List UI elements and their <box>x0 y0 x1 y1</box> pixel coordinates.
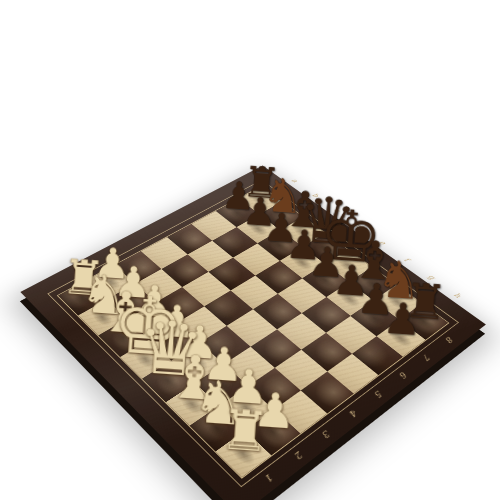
board-top: ♜♞♝♛♚♝♞♜♟♟♟♟♟♟♟♟♟♟♟♟♟♟♟♟♜♞♝♚♛♝♞♜ abcdefg… <box>20 166 486 500</box>
piece-glyph: ♜ <box>218 400 272 459</box>
piece-glyph: ♟ <box>382 297 423 342</box>
perspective-scene: ♜♞♝♛♚♝♞♜♟♟♟♟♟♟♟♟♟♟♟♟♟♟♟♟♜♞♝♚♛♝♞♜ abcdefg… <box>0 0 500 500</box>
chess-set-product-photo: ♜♞♝♛♚♝♞♜♟♟♟♟♟♟♟♟♟♟♟♟♟♟♟♟♜♞♝♚♛♝♞♜ abcdefg… <box>0 0 500 500</box>
board-grid: ♜♞♝♛♚♝♞♜♟♟♟♟♟♟♟♟♟♟♟♟♟♟♟♟♜♞♝♚♛♝♞♜ <box>57 186 450 479</box>
photo-tilt: ♜♞♝♛♚♝♞♜♟♟♟♟♟♟♟♟♟♟♟♟♟♟♟♟♜♞♝♚♛♝♞♜ abcdefg… <box>0 0 500 500</box>
chess-board: ♜♞♝♛♚♝♞♜♟♟♟♟♟♟♟♟♟♟♟♟♟♟♟♟♜♞♝♚♛♝♞♜ abcdefg… <box>20 166 486 500</box>
